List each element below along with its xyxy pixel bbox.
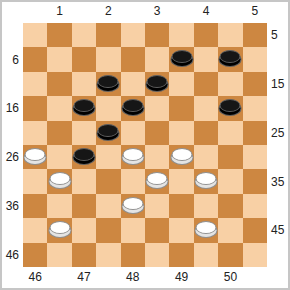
light-square [194,145,218,169]
square-45[interactable] [243,218,267,242]
square-2[interactable] [96,23,120,47]
light-square [145,47,169,71]
light-square [121,218,145,242]
white-man-square-29[interactable] [171,148,192,161]
square-49[interactable] [169,243,193,267]
light-square [23,218,47,242]
light-square [169,121,193,145]
light-square [243,47,267,71]
square-6[interactable] [23,47,47,71]
square-15[interactable] [243,72,267,96]
light-square [218,72,242,96]
square-44[interactable] [194,218,218,242]
light-square [243,96,267,120]
light-square [72,169,96,193]
square-8[interactable] [121,47,145,71]
square-29[interactable] [169,145,193,169]
square-11[interactable] [47,72,71,96]
black-man-square-18[interactable] [122,99,143,112]
light-square [218,169,242,193]
coord-label-left-36: 36 [2,200,19,212]
light-square [96,96,120,120]
coord-label-bottom-46: 46 [29,271,42,283]
white-man-square-26[interactable] [25,148,46,161]
square-30[interactable] [218,145,242,169]
light-square [218,121,242,145]
light-square [96,47,120,71]
light-square [145,194,169,218]
light-square [194,243,218,267]
black-man-square-27[interactable] [73,148,94,161]
square-40[interactable] [218,194,242,218]
square-22[interactable] [96,121,120,145]
light-square [121,72,145,96]
light-square [121,169,145,193]
light-square [96,243,120,267]
light-square [23,121,47,145]
square-26[interactable] [23,145,47,169]
square-34[interactable] [194,169,218,193]
square-9[interactable] [169,47,193,71]
square-18[interactable] [121,96,145,120]
coord-label-bottom-50: 50 [224,271,237,283]
light-square [169,218,193,242]
square-38[interactable] [121,194,145,218]
square-41[interactable] [47,218,71,242]
coord-label-top-2: 2 [105,5,112,17]
square-12[interactable] [96,72,120,96]
white-man-square-44[interactable] [195,221,216,234]
square-31[interactable] [47,169,71,193]
light-square [218,218,242,242]
black-man-square-20[interactable] [220,99,241,112]
square-50[interactable] [218,243,242,267]
square-42[interactable] [96,218,120,242]
light-square [243,194,267,218]
coord-label-right-35: 35 [271,176,284,188]
coord-label-top-4: 4 [203,5,210,17]
white-man-square-34[interactable] [195,172,216,185]
square-19[interactable] [169,96,193,120]
light-square [23,23,47,47]
light-square [72,23,96,47]
square-1[interactable] [47,23,71,47]
square-13[interactable] [145,72,169,96]
coord-label-top-3: 3 [154,5,161,17]
white-man-square-28[interactable] [122,148,143,161]
light-square [169,72,193,96]
black-man-square-10[interactable] [220,50,241,63]
square-7[interactable] [72,47,96,71]
square-3[interactable] [145,23,169,47]
light-square [218,23,242,47]
draughts-board [23,23,267,267]
square-43[interactable] [145,218,169,242]
square-24[interactable] [194,121,218,145]
light-square [23,72,47,96]
black-man-square-13[interactable] [147,75,168,88]
coord-label-bottom-49: 49 [175,271,188,283]
light-square [194,194,218,218]
square-14[interactable] [194,72,218,96]
light-square [72,218,96,242]
coord-label-left-16: 16 [2,102,19,114]
coord-label-left-6: 6 [2,54,19,66]
square-23[interactable] [145,121,169,145]
square-10[interactable] [218,47,242,71]
coord-label-left-46: 46 [2,249,19,261]
light-square [194,96,218,120]
coord-label-left-26: 26 [2,151,19,163]
square-36[interactable] [23,194,47,218]
black-man-square-17[interactable] [73,99,94,112]
light-square [72,72,96,96]
square-33[interactable] [145,169,169,193]
coord-label-bottom-47: 47 [77,271,90,283]
light-square [243,243,267,267]
coord-label-right-5: 5 [271,29,278,41]
square-16[interactable] [23,96,47,120]
coord-label-bottom-48: 48 [126,271,139,283]
light-square [47,243,71,267]
light-square [121,121,145,145]
coord-label-right-45: 45 [271,224,284,236]
white-man-square-31[interactable] [49,172,70,185]
light-square [96,194,120,218]
square-27[interactable] [72,145,96,169]
square-48[interactable] [121,243,145,267]
light-square [169,169,193,193]
black-man-square-9[interactable] [171,50,192,63]
black-man-square-12[interactable] [98,75,119,88]
square-5[interactable] [243,23,267,47]
light-square [194,47,218,71]
white-man-square-33[interactable] [147,172,168,185]
square-37[interactable] [72,194,96,218]
black-man-square-22[interactable] [98,124,119,137]
white-man-square-38[interactable] [122,197,143,210]
square-46[interactable] [23,243,47,267]
square-32[interactable] [96,169,120,193]
light-square [47,47,71,71]
light-square [72,121,96,145]
light-square [243,145,267,169]
light-square [47,145,71,169]
light-square [47,96,71,120]
square-21[interactable] [47,121,71,145]
light-square [169,23,193,47]
square-4[interactable] [194,23,218,47]
square-39[interactable] [169,194,193,218]
square-28[interactable] [121,145,145,169]
coord-label-top-5: 5 [251,5,258,17]
coord-label-right-15: 15 [271,78,284,90]
coord-label-top-1: 1 [56,5,63,17]
light-square [145,145,169,169]
square-17[interactable] [72,96,96,120]
square-20[interactable] [218,96,242,120]
square-47[interactable] [72,243,96,267]
white-man-square-41[interactable] [49,221,70,234]
square-25[interactable] [243,121,267,145]
light-square [145,243,169,267]
square-35[interactable] [243,169,267,193]
light-square [23,169,47,193]
light-square [96,145,120,169]
draughts-diagram: 123454647484950616263646515253545 [0,0,290,290]
light-square [145,96,169,120]
light-square [121,23,145,47]
light-square [47,194,71,218]
coord-label-right-25: 25 [271,127,284,139]
